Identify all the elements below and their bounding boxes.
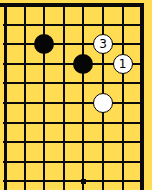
board-left-frame-line — [4, 3, 7, 190]
stone-move-number: 3 — [99, 38, 107, 50]
stone-move-number: 1 — [119, 58, 127, 70]
board-right-edge-line — [140, 3, 144, 190]
star-point-Q10 — [81, 179, 86, 184]
stone-black-Q16 — [73, 54, 93, 74]
go-board: 31 — [0, 0, 152, 190]
grid-line-v-4 — [63, 4, 65, 190]
grid-line-v-2 — [24, 4, 26, 190]
grid-line-v-5 — [82, 4, 84, 190]
stone-white-S16: 1 — [113, 54, 133, 74]
grid-line-v-7 — [122, 4, 124, 190]
stone-black-O17 — [34, 34, 54, 54]
stone-white-R14 — [93, 93, 113, 113]
stone-white-R17: 3 — [93, 34, 113, 54]
grid-line-v-3 — [43, 4, 45, 190]
